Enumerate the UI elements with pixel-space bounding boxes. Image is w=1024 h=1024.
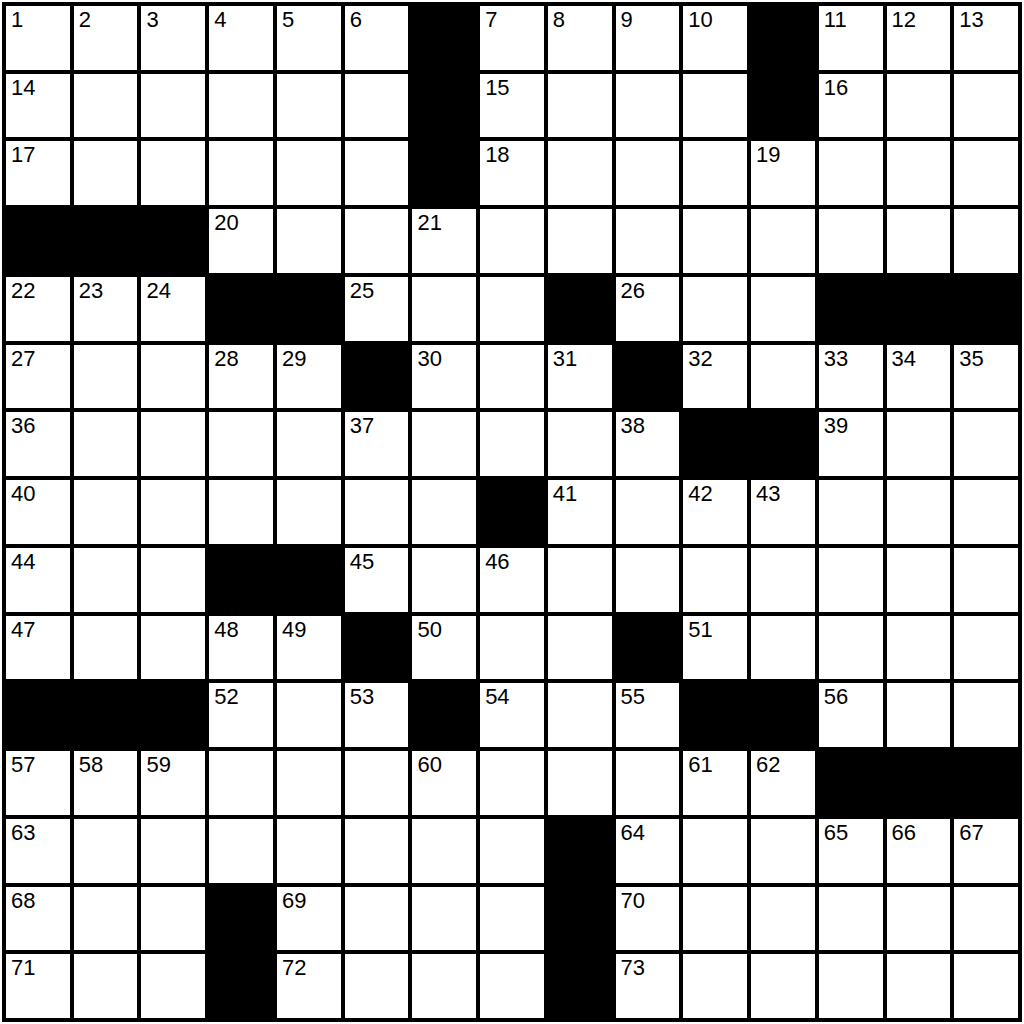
clue-number-24: 24 [146,279,170,303]
clue-number-70: 70 [621,889,645,913]
cell-r7c6[interactable]: 37 [345,412,409,476]
cell-r14c3[interactable] [141,887,205,951]
clue-number-15: 15 [485,76,509,100]
block-cell-r12c15 [954,751,1018,815]
clue-number-31: 31 [553,347,577,371]
cell-r2c6[interactable] [345,74,409,138]
cell-r15c1[interactable]: 71 [6,954,70,1018]
cell-r3c10[interactable] [616,141,680,205]
block-cell-r2c7 [412,74,476,138]
clue-number-72: 72 [282,956,306,980]
cell-r14c1[interactable]: 68 [6,887,70,951]
clue-number-58: 58 [79,753,103,777]
cell-r12c4[interactable] [209,751,273,815]
block-cell-r11c1 [6,683,70,747]
cell-r2c1[interactable]: 14 [6,74,70,138]
clue-number-48: 48 [214,618,238,642]
cell-r7c3[interactable] [141,412,205,476]
cell-r3c4[interactable] [209,141,273,205]
clue-number-13: 13 [959,8,983,32]
cell-r9c13[interactable] [819,548,883,612]
block-cell-r1c12 [751,6,815,70]
cell-r9c6[interactable]: 45 [345,548,409,612]
cell-r5c12[interactable] [751,277,815,341]
cell-r11c13[interactable]: 56 [819,683,883,747]
cell-r13c12[interactable] [751,819,815,883]
cell-r13c11[interactable] [683,819,747,883]
cell-r8c15[interactable] [954,480,1018,544]
cell-r6c13[interactable]: 33 [819,345,883,409]
cell-r13c7[interactable] [412,819,476,883]
cell-r1c8[interactable]: 7 [480,6,544,70]
cell-r3c5[interactable] [277,141,341,205]
cell-r5c11[interactable] [683,277,747,341]
cell-r7c14[interactable] [887,412,951,476]
clue-number-71: 71 [11,956,35,980]
cell-r10c2[interactable] [74,616,138,680]
cell-r13c6[interactable] [345,819,409,883]
clue-number-51: 51 [688,618,712,642]
cell-r14c13[interactable] [819,887,883,951]
clue-number-39: 39 [824,414,848,438]
block-cell-r6c6 [345,345,409,409]
cell-r8c13[interactable] [819,480,883,544]
cell-r2c8[interactable]: 15 [480,74,544,138]
block-cell-r6c10 [616,345,680,409]
cell-r15c15[interactable] [954,954,1018,1018]
cell-r14c6[interactable] [345,887,409,951]
clue-number-26: 26 [621,279,645,303]
clue-number-16: 16 [824,76,848,100]
clue-number-54: 54 [485,685,509,709]
cell-r6c3[interactable] [141,345,205,409]
cell-r10c15[interactable] [954,616,1018,680]
clue-number-30: 30 [417,347,441,371]
cell-r4c9[interactable] [548,209,612,273]
cell-r6c12[interactable] [751,345,815,409]
cell-r7c7[interactable] [412,412,476,476]
cell-r12c12[interactable]: 62 [751,751,815,815]
clue-number-25: 25 [350,279,374,303]
cell-r1c4[interactable]: 4 [209,6,273,70]
cell-r13c5[interactable] [277,819,341,883]
clue-number-73: 73 [621,956,645,980]
block-cell-r5c15 [954,277,1018,341]
cell-r13c15[interactable]: 67 [954,819,1018,883]
cell-r11c9[interactable] [548,683,612,747]
cell-r1c5[interactable]: 5 [277,6,341,70]
cell-r4c4[interactable]: 20 [209,209,273,273]
cell-r5c8[interactable] [480,277,544,341]
block-cell-r14c4 [209,887,273,951]
clue-number-45: 45 [350,550,374,574]
cell-r4c5[interactable] [277,209,341,273]
block-cell-r12c13 [819,751,883,815]
cell-r5c3[interactable]: 24 [141,277,205,341]
clue-number-35: 35 [959,347,983,371]
block-cell-r5c14 [887,277,951,341]
cell-r9c7[interactable] [412,548,476,612]
clue-number-1: 1 [11,8,23,32]
block-cell-r4c1 [6,209,70,273]
cell-r4c7[interactable]: 21 [412,209,476,273]
cell-r11c10[interactable]: 55 [616,683,680,747]
cell-r14c2[interactable] [74,887,138,951]
cell-r4c14[interactable] [887,209,951,273]
cell-r5c6[interactable]: 25 [345,277,409,341]
cell-r11c14[interactable] [887,683,951,747]
clue-number-65: 65 [824,821,848,845]
block-cell-r11c3 [141,683,205,747]
cell-r5c2[interactable]: 23 [74,277,138,341]
block-cell-r5c13 [819,277,883,341]
cell-r9c12[interactable] [751,548,815,612]
cell-r2c10[interactable] [616,74,680,138]
cell-r12c3[interactable]: 59 [141,751,205,815]
cell-r4c11[interactable] [683,209,747,273]
clue-number-37: 37 [350,414,374,438]
cell-r6c9[interactable]: 31 [548,345,612,409]
cell-r1c14[interactable]: 12 [887,6,951,70]
cell-r15c7[interactable] [412,954,476,1018]
cell-r9c14[interactable] [887,548,951,612]
block-cell-r3c7 [412,141,476,205]
clue-number-19: 19 [756,143,780,167]
cell-r8c12[interactable]: 43 [751,480,815,544]
cell-r8c11[interactable]: 42 [683,480,747,544]
block-cell-r5c5 [277,277,341,341]
cell-r5c7[interactable] [412,277,476,341]
cell-r7c15[interactable] [954,412,1018,476]
cell-r7c5[interactable] [277,412,341,476]
clue-number-21: 21 [417,211,441,235]
cell-r9c10[interactable] [616,548,680,612]
cell-r7c1[interactable]: 36 [6,412,70,476]
clue-number-43: 43 [756,482,780,506]
block-cell-r8c8 [480,480,544,544]
cell-r15c14[interactable] [887,954,951,1018]
cell-r1c9[interactable]: 8 [548,6,612,70]
cell-r13c8[interactable] [480,819,544,883]
cell-r12c5[interactable] [277,751,341,815]
cell-r2c5[interactable] [277,74,341,138]
block-cell-r15c9 [548,954,612,1018]
cell-r6c4[interactable]: 28 [209,345,273,409]
clue-number-4: 4 [214,8,226,32]
cell-r6c11[interactable]: 32 [683,345,747,409]
block-cell-r4c2 [74,209,138,273]
clue-number-5: 5 [282,8,294,32]
block-cell-r11c12 [751,683,815,747]
clue-number-60: 60 [417,753,441,777]
cell-r8c7[interactable] [412,480,476,544]
cell-r1c15[interactable]: 13 [954,6,1018,70]
cell-r1c10[interactable]: 9 [616,6,680,70]
cell-r11c15[interactable] [954,683,1018,747]
cell-r7c9[interactable] [548,412,612,476]
block-cell-r13c9 [548,819,612,883]
cell-r8c9[interactable]: 41 [548,480,612,544]
clue-number-14: 14 [11,76,35,100]
cell-r6c2[interactable] [74,345,138,409]
cell-r7c13[interactable]: 39 [819,412,883,476]
cell-r14c8[interactable] [480,887,544,951]
block-cell-r4c3 [141,209,205,273]
cell-r14c7[interactable] [412,887,476,951]
cell-r4c15[interactable] [954,209,1018,273]
cell-r3c15[interactable] [954,141,1018,205]
clue-number-68: 68 [11,889,35,913]
cell-r6c5[interactable]: 29 [277,345,341,409]
cell-r1c3[interactable]: 3 [141,6,205,70]
cell-r15c12[interactable] [751,954,815,1018]
cell-r15c2[interactable] [74,954,138,1018]
cell-r14c5[interactable]: 69 [277,887,341,951]
clue-number-12: 12 [892,8,916,32]
cell-r12c1[interactable]: 57 [6,751,70,815]
block-cell-r2c12 [751,74,815,138]
cell-r10c8[interactable] [480,616,544,680]
crossword-page: 1234567891011121314151617181920212223242… [0,0,1024,1024]
clue-number-17: 17 [11,143,35,167]
cell-r14c12[interactable] [751,887,815,951]
clue-number-27: 27 [11,347,35,371]
clue-number-29: 29 [282,347,306,371]
cell-r3c14[interactable] [887,141,951,205]
cell-r11c8[interactable]: 54 [480,683,544,747]
cell-r10c3[interactable] [141,616,205,680]
block-cell-r12c14 [887,751,951,815]
cell-r12c7[interactable]: 60 [412,751,476,815]
cell-r11c4[interactable]: 52 [209,683,273,747]
crossword-grid: 1234567891011121314151617181920212223242… [2,2,1022,1022]
clue-number-42: 42 [688,482,712,506]
cell-r13c2[interactable] [74,819,138,883]
cell-r1c2[interactable]: 2 [74,6,138,70]
cell-r10c13[interactable] [819,616,883,680]
cell-r10c11[interactable]: 51 [683,616,747,680]
clue-number-59: 59 [146,753,170,777]
cell-r1c13[interactable]: 11 [819,6,883,70]
clue-number-63: 63 [11,821,35,845]
clue-number-8: 8 [553,8,565,32]
block-cell-r15c4 [209,954,273,1018]
cell-r13c14[interactable]: 66 [887,819,951,883]
cell-r1c11[interactable]: 10 [683,6,747,70]
cell-r13c13[interactable]: 65 [819,819,883,883]
cell-r8c3[interactable] [141,480,205,544]
clue-number-66: 66 [892,821,916,845]
cell-r10c9[interactable] [548,616,612,680]
cell-r13c3[interactable] [141,819,205,883]
clue-number-22: 22 [11,279,35,303]
clue-number-67: 67 [959,821,983,845]
cell-r10c12[interactable] [751,616,815,680]
clue-number-2: 2 [79,8,91,32]
cell-r15c11[interactable] [683,954,747,1018]
clue-number-55: 55 [621,685,645,709]
block-cell-r11c7 [412,683,476,747]
cell-r13c4[interactable] [209,819,273,883]
cell-r6c14[interactable]: 34 [887,345,951,409]
cell-r2c4[interactable] [209,74,273,138]
cell-r7c2[interactable] [74,412,138,476]
block-cell-r1c7 [412,6,476,70]
block-cell-r10c10 [616,616,680,680]
cell-r2c13[interactable]: 16 [819,74,883,138]
cell-r2c2[interactable] [74,74,138,138]
cell-r8c14[interactable] [887,480,951,544]
cell-r8c10[interactable] [616,480,680,544]
clue-number-18: 18 [485,143,509,167]
block-cell-r7c11 [683,412,747,476]
clue-number-11: 11 [824,8,847,32]
cell-r6c7[interactable]: 30 [412,345,476,409]
cell-r15c5[interactable]: 72 [277,954,341,1018]
cell-r7c10[interactable]: 38 [616,412,680,476]
block-cell-r11c11 [683,683,747,747]
clue-number-7: 7 [485,8,497,32]
block-cell-r9c4 [209,548,273,612]
cell-r5c1[interactable]: 22 [6,277,70,341]
cell-r9c11[interactable] [683,548,747,612]
clue-number-41: 41 [553,482,577,506]
clue-number-69: 69 [282,889,306,913]
cell-r4c13[interactable] [819,209,883,273]
cell-r5c10[interactable]: 26 [616,277,680,341]
clue-number-61: 61 [688,753,712,777]
cell-r15c13[interactable] [819,954,883,1018]
clue-number-46: 46 [485,550,509,574]
cell-r10c1[interactable]: 47 [6,616,70,680]
cell-r2c3[interactable] [141,74,205,138]
clue-number-36: 36 [11,414,35,438]
clue-number-47: 47 [11,618,35,642]
clue-number-52: 52 [214,685,238,709]
cell-r6c1[interactable]: 27 [6,345,70,409]
cell-r11c5[interactable] [277,683,341,747]
clue-number-9: 9 [621,8,633,32]
cell-r3c8[interactable]: 18 [480,141,544,205]
cell-r12c2[interactable]: 58 [74,751,138,815]
cell-r1c1[interactable]: 1 [6,6,70,70]
clue-number-3: 3 [146,8,158,32]
cell-r3c1[interactable]: 17 [6,141,70,205]
cell-r12c8[interactable] [480,751,544,815]
cell-r10c5[interactable]: 49 [277,616,341,680]
block-cell-r7c12 [751,412,815,476]
clue-number-23: 23 [79,279,103,303]
clue-number-34: 34 [892,347,916,371]
cell-r8c4[interactable] [209,480,273,544]
clue-number-28: 28 [214,347,238,371]
cell-r6c15[interactable]: 35 [954,345,1018,409]
cell-r14c15[interactable] [954,887,1018,951]
cell-r2c11[interactable] [683,74,747,138]
clue-number-33: 33 [824,347,848,371]
cell-r15c3[interactable] [141,954,205,1018]
block-cell-r14c9 [548,887,612,951]
cell-r4c12[interactable] [751,209,815,273]
clue-number-38: 38 [621,414,645,438]
cell-r11c6[interactable]: 53 [345,683,409,747]
cell-r9c1[interactable]: 44 [6,548,70,612]
cell-r10c14[interactable] [887,616,951,680]
cell-r9c15[interactable] [954,548,1018,612]
clue-number-32: 32 [688,347,712,371]
cell-r9c9[interactable] [548,548,612,612]
cell-r12c6[interactable] [345,751,409,815]
cell-r3c3[interactable] [141,141,205,205]
cell-r15c8[interactable] [480,954,544,1018]
clue-number-49: 49 [282,618,306,642]
block-cell-r5c9 [548,277,612,341]
cell-r3c13[interactable] [819,141,883,205]
clue-number-40: 40 [11,482,35,506]
cell-r4c6[interactable] [345,209,409,273]
cell-r1c6[interactable]: 6 [345,6,409,70]
clue-number-6: 6 [350,8,362,32]
cell-r4c10[interactable] [616,209,680,273]
cell-r8c1[interactable]: 40 [6,480,70,544]
cell-r3c12[interactable]: 19 [751,141,815,205]
cell-r9c3[interactable] [141,548,205,612]
cell-r2c9[interactable] [548,74,612,138]
cell-r14c10[interactable]: 70 [616,887,680,951]
cell-r2c15[interactable] [954,74,1018,138]
clue-number-64: 64 [621,821,645,845]
cell-r12c9[interactable] [548,751,612,815]
cell-r10c4[interactable]: 48 [209,616,273,680]
cell-r3c9[interactable] [548,141,612,205]
clue-number-44: 44 [11,550,35,574]
block-cell-r11c2 [74,683,138,747]
clue-number-50: 50 [417,618,441,642]
cell-r15c10[interactable]: 73 [616,954,680,1018]
cell-r9c8[interactable]: 46 [480,548,544,612]
clue-number-56: 56 [824,685,848,709]
cell-r12c11[interactable]: 61 [683,751,747,815]
cell-r14c14[interactable] [887,887,951,951]
cell-r2c14[interactable] [887,74,951,138]
cell-r9c2[interactable] [74,548,138,612]
cell-r13c10[interactable]: 64 [616,819,680,883]
clue-number-53: 53 [350,685,374,709]
clue-number-57: 57 [11,753,35,777]
cell-r8c2[interactable] [74,480,138,544]
clue-number-20: 20 [214,211,238,235]
block-cell-r10c6 [345,616,409,680]
block-cell-r5c4 [209,277,273,341]
cell-r8c5[interactable] [277,480,341,544]
cell-r10c7[interactable]: 50 [412,616,476,680]
cell-r13c1[interactable]: 63 [6,819,70,883]
cell-r3c2[interactable] [74,141,138,205]
cell-r14c11[interactable] [683,887,747,951]
cell-r7c8[interactable] [480,412,544,476]
cell-r15c6[interactable] [345,954,409,1018]
cell-r3c6[interactable] [345,141,409,205]
cell-r8c6[interactable] [345,480,409,544]
cell-r12c10[interactable] [616,751,680,815]
cell-r3c11[interactable] [683,141,747,205]
block-cell-r9c5 [277,548,341,612]
clue-number-10: 10 [688,8,712,32]
cell-r4c8[interactable] [480,209,544,273]
cell-r7c4[interactable] [209,412,273,476]
cell-r6c8[interactable] [480,345,544,409]
clue-number-62: 62 [756,753,780,777]
